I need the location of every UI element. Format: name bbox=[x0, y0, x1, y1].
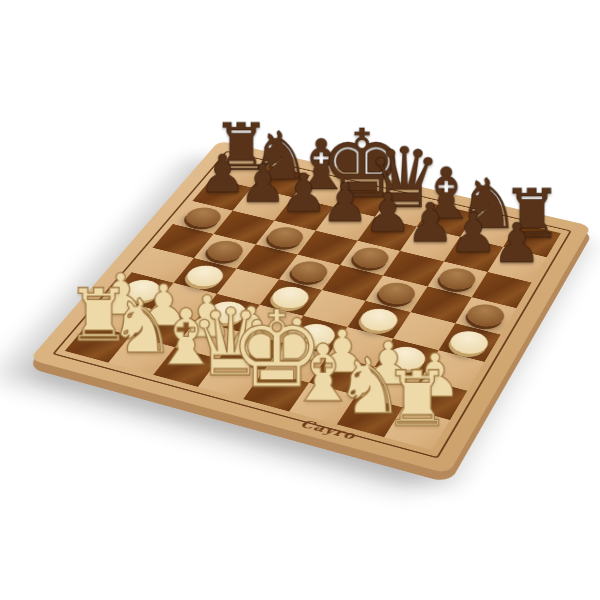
board-surface: ♜♞♝♚♛♝♞♜♟♟♟♟♟♟♟♟♟♟♟♟♟♟♟♟♜♞♝♛♚♝♞♜ Cayro bbox=[29, 140, 591, 473]
dark-pawn-glyph: ♟ bbox=[363, 186, 411, 240]
game-board: ♜♞♝♚♛♝♞♜♟♟♟♟♟♟♟♟♟♟♟♟♟♟♟♟♜♞♝♛♚♝♞♜ Cayro bbox=[29, 140, 591, 473]
dark-pawn-glyph: ♟ bbox=[406, 196, 455, 250]
light-rook-glyph: ♜ bbox=[383, 362, 451, 438]
dark-pawn-glyph: ♟ bbox=[449, 206, 498, 261]
dark-pawn-glyph: ♟ bbox=[321, 176, 369, 230]
dark-pawn-glyph: ♟ bbox=[493, 216, 542, 271]
product-photo-stage: ♜♞♝♚♛♝♞♜♟♟♟♟♟♟♟♟♟♟♟♟♟♟♟♟♜♞♝♛♚♝♞♜ Cayro bbox=[0, 0, 600, 600]
